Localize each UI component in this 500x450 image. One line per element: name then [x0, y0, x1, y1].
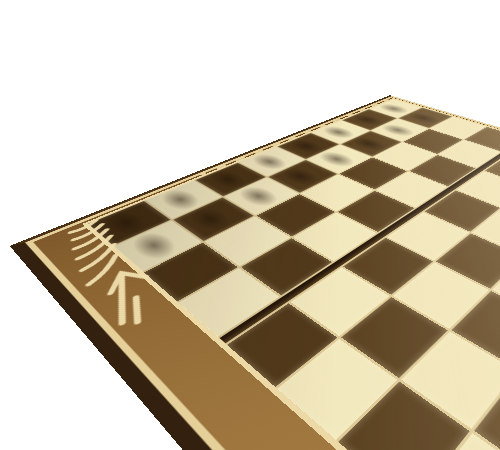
square-c7[interactable] [451, 291, 500, 369]
chess-set-photo: ♜♟♞♟♝♟♚♟♛♟♝♟♞♟♜♟ [0, 0, 500, 450]
chess-board: ♜♟♞♟♝♟♚♟♛♟♝♟♞♟♜♟ [10, 95, 500, 450]
